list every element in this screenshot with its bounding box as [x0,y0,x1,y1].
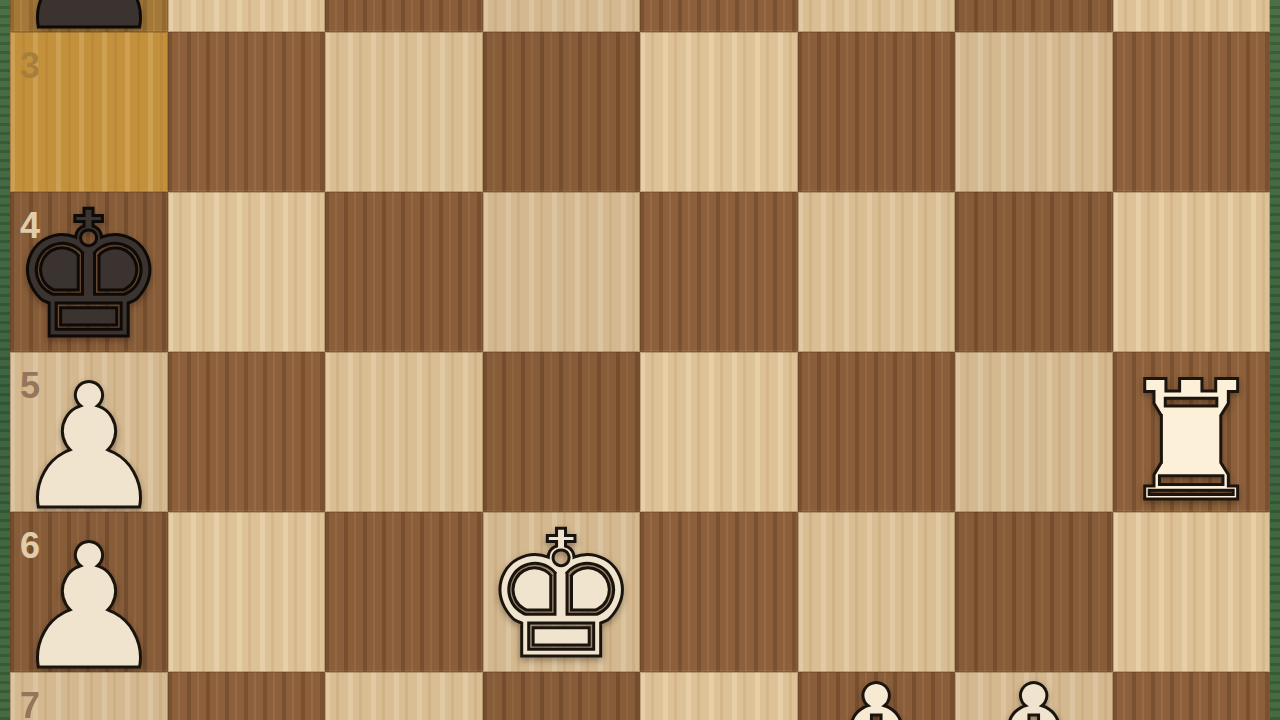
chess-board: 12♟34♚5♟♜6♟♚7♝♝8 [10,0,1270,720]
piece-white-bishop[interactable]: ♝ [802,666,950,720]
square-g2[interactable] [168,0,326,32]
piece-white-king[interactable]: ♚ [483,516,640,676]
square-a5[interactable]: ♜ [1113,352,1271,512]
square-b7[interactable]: ♝ [955,672,1113,720]
square-d3[interactable] [640,32,798,192]
square-c6[interactable] [798,512,956,672]
square-g4[interactable] [168,192,326,352]
square-a4[interactable] [1113,192,1271,352]
square-d2[interactable] [640,0,798,32]
square-h6[interactable]: 6♟ [10,512,168,672]
square-g3[interactable] [168,32,326,192]
square-a2[interactable] [1113,0,1271,32]
table-felt-left [0,0,10,720]
square-h7[interactable]: 7 [10,672,168,720]
square-a7[interactable] [1113,672,1271,720]
square-e7[interactable] [483,672,641,720]
square-c7[interactable]: ♝ [798,672,956,720]
square-d4[interactable] [640,192,798,352]
square-h4[interactable]: 4♚ [10,192,168,352]
rank-label-7: 7 [20,688,40,720]
piece-white-bishop[interactable]: ♝ [960,666,1108,720]
square-c2[interactable] [798,0,956,32]
square-e6[interactable]: ♚ [483,512,641,672]
square-c3[interactable] [798,32,956,192]
piece-white-rook[interactable]: ♜ [1117,362,1265,522]
square-f4[interactable] [325,192,483,352]
square-h2[interactable]: 2♟ [10,0,168,32]
square-b4[interactable] [955,192,1113,352]
board-grid: 12♟34♚5♟♜6♟♚7♝♝8 [10,0,1270,720]
square-f2[interactable] [325,0,483,32]
piece-white-pawn[interactable]: ♟ [12,368,166,528]
square-a6[interactable] [1113,512,1271,672]
table-felt-right [1270,0,1280,720]
square-g6[interactable] [168,512,326,672]
square-h5[interactable]: 5♟ [10,352,168,512]
square-f3[interactable] [325,32,483,192]
square-d7[interactable] [640,672,798,720]
square-g5[interactable] [168,352,326,512]
video-frame: 12♟34♚5♟♜6♟♚7♝♝8 [0,0,1280,720]
square-b5[interactable] [955,352,1113,512]
square-b2[interactable] [955,0,1113,32]
square-d5[interactable] [640,352,798,512]
square-b6[interactable] [955,512,1113,672]
rank-label-3: 3 [20,48,40,84]
square-f5[interactable] [325,352,483,512]
square-f7[interactable] [325,672,483,720]
square-e2[interactable] [483,0,641,32]
square-c4[interactable] [798,192,956,352]
piece-black-king[interactable]: ♚ [10,196,167,356]
square-a3[interactable] [1113,32,1271,192]
square-b3[interactable] [955,32,1113,192]
square-h3[interactable]: 3 [10,32,168,192]
square-c5[interactable] [798,352,956,512]
square-f6[interactable] [325,512,483,672]
square-e4[interactable] [483,192,641,352]
square-e3[interactable] [483,32,641,192]
square-g7[interactable] [168,672,326,720]
piece-white-pawn[interactable]: ♟ [12,528,166,688]
square-e5[interactable] [483,352,641,512]
square-d6[interactable] [640,512,798,672]
